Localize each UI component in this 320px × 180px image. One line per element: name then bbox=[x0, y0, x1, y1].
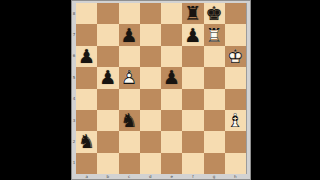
square-h4[interactable] bbox=[225, 89, 246, 110]
video-frame: 87654321 ♜♚♟♟♜♖♟♚♔♟♟♙♟♞♝♗♞ abcdefgh bbox=[0, 0, 320, 180]
black-pawn-piece: ♟ bbox=[76, 46, 97, 67]
square-h3[interactable]: ♝♗ bbox=[225, 110, 246, 131]
square-g5[interactable] bbox=[204, 67, 225, 88]
black-rook-piece: ♜ bbox=[182, 3, 203, 24]
file-label-f: f bbox=[182, 174, 203, 180]
square-b6[interactable] bbox=[97, 46, 118, 67]
square-b2[interactable] bbox=[97, 131, 118, 152]
square-h5[interactable] bbox=[225, 67, 246, 88]
square-c7[interactable]: ♟ bbox=[119, 24, 140, 45]
file-label-g: g bbox=[204, 174, 225, 180]
square-a6[interactable]: ♟ bbox=[76, 46, 97, 67]
square-d7[interactable] bbox=[140, 24, 161, 45]
square-d2[interactable] bbox=[140, 131, 161, 152]
square-f1[interactable] bbox=[182, 153, 203, 174]
square-h2[interactable] bbox=[225, 131, 246, 152]
chessboard: ♜♚♟♟♜♖♟♚♔♟♟♙♟♞♝♗♞ bbox=[76, 3, 247, 174]
white-bishop-piece: ♗ bbox=[225, 110, 246, 131]
black-pawn-piece: ♟ bbox=[161, 67, 182, 88]
file-label-d: d bbox=[140, 174, 161, 180]
file-label-a: a bbox=[76, 174, 97, 180]
chessboard-frame: 87654321 ♜♚♟♟♜♖♟♚♔♟♟♙♟♞♝♗♞ abcdefgh bbox=[71, 0, 251, 180]
black-pawn-piece: ♟ bbox=[97, 67, 118, 88]
square-a7[interactable] bbox=[76, 24, 97, 45]
square-a3[interactable] bbox=[76, 110, 97, 131]
black-knight-piece: ♞ bbox=[76, 131, 97, 152]
square-e8[interactable] bbox=[161, 3, 182, 24]
black-pawn-piece: ♟ bbox=[119, 24, 140, 45]
square-a8[interactable] bbox=[76, 3, 97, 24]
file-labels: abcdefgh bbox=[76, 174, 246, 180]
square-c2[interactable] bbox=[119, 131, 140, 152]
square-b1[interactable] bbox=[97, 153, 118, 174]
square-f5[interactable] bbox=[182, 67, 203, 88]
square-a1[interactable] bbox=[76, 153, 97, 174]
square-c1[interactable] bbox=[119, 153, 140, 174]
square-d3[interactable] bbox=[140, 110, 161, 131]
black-king-piece: ♚ bbox=[204, 3, 225, 24]
square-d4[interactable] bbox=[140, 89, 161, 110]
square-c8[interactable] bbox=[119, 3, 140, 24]
square-g3[interactable] bbox=[204, 110, 225, 131]
square-g6[interactable] bbox=[204, 46, 225, 67]
square-e6[interactable] bbox=[161, 46, 182, 67]
square-a4[interactable] bbox=[76, 89, 97, 110]
white-king-fill: ♚ bbox=[225, 46, 246, 67]
file-label-b: b bbox=[97, 174, 118, 180]
white-king-piece: ♔ bbox=[225, 46, 246, 67]
square-b8[interactable] bbox=[97, 3, 118, 24]
square-b4[interactable] bbox=[97, 89, 118, 110]
square-f4[interactable] bbox=[182, 89, 203, 110]
square-h1[interactable] bbox=[225, 153, 246, 174]
black-knight-piece: ♞ bbox=[119, 110, 140, 131]
square-f6[interactable] bbox=[182, 46, 203, 67]
square-e5[interactable]: ♟ bbox=[161, 67, 182, 88]
square-c6[interactable] bbox=[119, 46, 140, 67]
file-label-e: e bbox=[161, 174, 182, 180]
white-rook-piece: ♖ bbox=[204, 24, 225, 45]
square-f7[interactable]: ♟ bbox=[182, 24, 203, 45]
square-d8[interactable] bbox=[140, 3, 161, 24]
square-b3[interactable] bbox=[97, 110, 118, 131]
square-b7[interactable] bbox=[97, 24, 118, 45]
square-a5[interactable] bbox=[76, 67, 97, 88]
square-e2[interactable] bbox=[161, 131, 182, 152]
white-pawn-fill: ♟ bbox=[119, 67, 140, 88]
black-pawn-piece: ♟ bbox=[182, 24, 203, 45]
file-label-h: h bbox=[225, 174, 246, 180]
square-g8[interactable]: ♚ bbox=[204, 3, 225, 24]
square-h8[interactable] bbox=[225, 3, 246, 24]
square-h6[interactable]: ♚♔ bbox=[225, 46, 246, 67]
square-b5[interactable]: ♟ bbox=[97, 67, 118, 88]
white-pawn-piece: ♙ bbox=[119, 67, 140, 88]
square-g7[interactable]: ♜♖ bbox=[204, 24, 225, 45]
square-c5[interactable]: ♟♙ bbox=[119, 67, 140, 88]
square-a2[interactable]: ♞ bbox=[76, 131, 97, 152]
white-bishop-fill: ♝ bbox=[225, 110, 246, 131]
square-f8[interactable]: ♜ bbox=[182, 3, 203, 24]
square-d1[interactable] bbox=[140, 153, 161, 174]
square-g2[interactable] bbox=[204, 131, 225, 152]
square-h7[interactable] bbox=[225, 24, 246, 45]
white-rook-fill: ♜ bbox=[204, 24, 225, 45]
square-e1[interactable] bbox=[161, 153, 182, 174]
square-f2[interactable] bbox=[182, 131, 203, 152]
square-e7[interactable] bbox=[161, 24, 182, 45]
file-label-c: c bbox=[119, 174, 140, 180]
square-c3[interactable]: ♞ bbox=[119, 110, 140, 131]
square-d5[interactable] bbox=[140, 67, 161, 88]
square-e3[interactable] bbox=[161, 110, 182, 131]
square-d6[interactable] bbox=[140, 46, 161, 67]
square-g4[interactable] bbox=[204, 89, 225, 110]
square-f3[interactable] bbox=[182, 110, 203, 131]
square-c4[interactable] bbox=[119, 89, 140, 110]
square-e4[interactable] bbox=[161, 89, 182, 110]
square-g1[interactable] bbox=[204, 153, 225, 174]
